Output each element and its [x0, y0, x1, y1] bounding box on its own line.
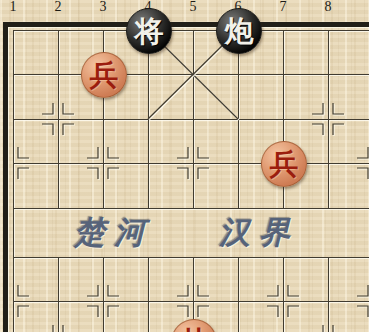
- board-cell[interactable]: [13, 208, 58, 257]
- piece-black-cannon[interactable]: 炮: [216, 8, 262, 54]
- board-cell[interactable]: [238, 301, 283, 332]
- piece-glyph: 将: [135, 17, 164, 46]
- column-label-8: 8: [325, 0, 332, 14]
- board-cell[interactable]: [103, 119, 148, 163]
- board-cell[interactable]: [328, 208, 369, 257]
- board-cell[interactable]: [283, 74, 328, 119]
- board-cell[interactable]: [193, 257, 238, 301]
- board-cell[interactable]: [283, 30, 328, 74]
- board-cell[interactable]: [328, 301, 369, 332]
- board-cell[interactable]: [103, 257, 148, 301]
- column-label-7: 7: [280, 0, 287, 14]
- board-cell[interactable]: [58, 257, 103, 301]
- piece-glyph: 兵: [90, 61, 119, 90]
- piece-glyph: 帅: [180, 328, 209, 332]
- board-cell[interactable]: [13, 163, 58, 208]
- river-label-right: 汉界: [219, 207, 299, 257]
- board-cell[interactable]: [328, 163, 369, 208]
- board-cell[interactable]: [13, 30, 58, 74]
- board-cell[interactable]: [328, 119, 369, 163]
- piece-glyph: 炮: [225, 17, 254, 46]
- column-label-5: 5: [190, 0, 197, 14]
- board-cell[interactable]: [328, 257, 369, 301]
- board-cell[interactable]: [148, 208, 193, 257]
- board-cell[interactable]: [58, 163, 103, 208]
- board-cell[interactable]: [328, 74, 369, 119]
- board-cell[interactable]: [103, 301, 148, 332]
- board-cell[interactable]: [238, 74, 283, 119]
- board-cell[interactable]: [148, 119, 193, 163]
- column-label-1: 1: [10, 0, 17, 14]
- board-cell[interactable]: [193, 119, 238, 163]
- board-cell[interactable]: [148, 74, 193, 119]
- board-cell[interactable]: [13, 119, 58, 163]
- board-cell[interactable]: [103, 163, 148, 208]
- board-cell[interactable]: [193, 74, 238, 119]
- board-grid: [13, 30, 369, 332]
- board-cell[interactable]: [13, 74, 58, 119]
- board-cell[interactable]: [193, 163, 238, 208]
- board-cell[interactable]: [13, 301, 58, 332]
- piece-black-general[interactable]: 将: [126, 8, 172, 54]
- piece-red-soldier-1[interactable]: 兵: [81, 52, 127, 98]
- board-cell[interactable]: [58, 119, 103, 163]
- board-cell[interactable]: [283, 257, 328, 301]
- piece-glyph: 兵: [270, 150, 299, 179]
- board-cell[interactable]: [13, 257, 58, 301]
- xiangqi-board: 123456789 楚河 汉界 将炮兵兵帅: [0, 0, 369, 332]
- piece-red-soldier-2[interactable]: 兵: [261, 141, 307, 187]
- board-cell[interactable]: [283, 301, 328, 332]
- column-label-3: 3: [100, 0, 107, 14]
- board-cell[interactable]: [328, 30, 369, 74]
- board-cell[interactable]: [238, 257, 283, 301]
- board-cell[interactable]: [148, 257, 193, 301]
- river-label-left: 楚河: [74, 207, 154, 257]
- column-label-2: 2: [55, 0, 62, 14]
- board-cell[interactable]: [148, 163, 193, 208]
- board-cell[interactable]: [58, 301, 103, 332]
